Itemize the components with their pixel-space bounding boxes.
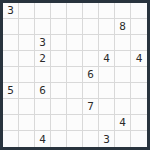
cell-r3c1[interactable] (3, 35, 19, 51)
cell-r6c7[interactable] (99, 83, 115, 99)
cell-r4c1[interactable] (3, 51, 19, 67)
cell-r4c5[interactable] (67, 51, 83, 67)
cell-r4c8[interactable] (115, 51, 131, 67)
cell-r9c1[interactable] (3, 131, 19, 147)
cell-r6c4[interactable] (51, 83, 67, 99)
cell-r9c3: 4 (35, 131, 51, 147)
cell-r4c9: 4 (131, 51, 147, 67)
cell-r8c4[interactable] (51, 115, 67, 131)
cell-r5c9[interactable] (131, 67, 147, 83)
cell-r5c6: 6 (83, 67, 99, 83)
cell-r1c8[interactable] (115, 3, 131, 19)
cell-r8c1[interactable] (3, 115, 19, 131)
cell-r9c6[interactable] (83, 131, 99, 147)
cell-r2c3[interactable] (35, 19, 51, 35)
cell-r3c4[interactable] (51, 35, 67, 51)
cell-r5c1[interactable] (3, 67, 19, 83)
cell-r3c8[interactable] (115, 35, 131, 51)
cell-r7c7[interactable] (99, 99, 115, 115)
cell-r5c5[interactable] (67, 67, 83, 83)
cell-r5c8[interactable] (115, 67, 131, 83)
cell-r4c3: 2 (35, 51, 51, 67)
cell-r7c4[interactable] (51, 99, 67, 115)
cell-r2c6[interactable] (83, 19, 99, 35)
cell-r2c4[interactable] (51, 19, 67, 35)
cell-r1c9[interactable] (131, 3, 147, 19)
cell-r5c4[interactable] (51, 67, 67, 83)
cell-r6c5[interactable] (67, 83, 83, 99)
cell-r6c8[interactable] (115, 83, 131, 99)
cell-r9c5[interactable] (67, 131, 83, 147)
cell-r4c6[interactable] (83, 51, 99, 67)
cell-r3c5[interactable] (67, 35, 83, 51)
cell-r1c3[interactable] (35, 3, 51, 19)
puzzle-board: 3832446567443 (0, 0, 150, 150)
cell-r9c7: 3 (99, 131, 115, 147)
cell-r7c8[interactable] (115, 99, 131, 115)
cell-r6c3: 6 (35, 83, 51, 99)
cell-r2c9[interactable] (131, 19, 147, 35)
cell-r1c7[interactable] (99, 3, 115, 19)
cell-r7c1[interactable] (3, 99, 19, 115)
cell-r3c3: 3 (35, 35, 51, 51)
cell-r3c2[interactable] (19, 35, 35, 51)
cell-r9c8[interactable] (115, 131, 131, 147)
cell-r3c7[interactable] (99, 35, 115, 51)
cell-r2c7[interactable] (99, 19, 115, 35)
cell-r4c2[interactable] (19, 51, 35, 67)
cell-r7c3[interactable] (35, 99, 51, 115)
cell-r8c9[interactable] (131, 115, 147, 131)
cell-r7c6: 7 (83, 99, 99, 115)
cell-r6c9[interactable] (131, 83, 147, 99)
cell-r9c9[interactable] (131, 131, 147, 147)
cell-r6c1: 5 (3, 83, 19, 99)
cell-r8c8: 4 (115, 115, 131, 131)
cell-r8c6[interactable] (83, 115, 99, 131)
cell-r8c5[interactable] (67, 115, 83, 131)
cell-r2c8: 8 (115, 19, 131, 35)
cell-r1c5[interactable] (67, 3, 83, 19)
cell-r6c6[interactable] (83, 83, 99, 99)
cell-r3c6[interactable] (83, 35, 99, 51)
cell-r8c7[interactable] (99, 115, 115, 131)
cell-r5c7[interactable] (99, 67, 115, 83)
cell-r4c4[interactable] (51, 51, 67, 67)
cell-r8c2[interactable] (19, 115, 35, 131)
cell-r7c5[interactable] (67, 99, 83, 115)
cell-r7c2[interactable] (19, 99, 35, 115)
cell-r7c9[interactable] (131, 99, 147, 115)
cell-r9c4[interactable] (51, 131, 67, 147)
cell-r9c2[interactable] (19, 131, 35, 147)
cell-r1c2[interactable] (19, 3, 35, 19)
cell-r6c2[interactable] (19, 83, 35, 99)
cell-r5c3[interactable] (35, 67, 51, 83)
cell-r1c6[interactable] (83, 3, 99, 19)
cell-r3c9[interactable] (131, 35, 147, 51)
cell-r4c7: 4 (99, 51, 115, 67)
cell-r2c5[interactable] (67, 19, 83, 35)
cell-r5c2[interactable] (19, 67, 35, 83)
cell-r1c4[interactable] (51, 3, 67, 19)
cell-r8c3[interactable] (35, 115, 51, 131)
cell-r2c1[interactable] (3, 19, 19, 35)
cell-r1c1: 3 (3, 3, 19, 19)
cell-r2c2[interactable] (19, 19, 35, 35)
